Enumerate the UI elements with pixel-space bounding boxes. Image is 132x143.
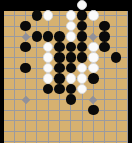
black-stone[interactable] <box>66 52 77 63</box>
grid-hline <box>2 110 128 111</box>
go-board[interactable] <box>0 0 132 143</box>
black-stone[interactable] <box>111 52 122 63</box>
grid-hline <box>2 131 128 132</box>
white-stone[interactable] <box>77 73 88 84</box>
black-stone[interactable] <box>54 52 65 63</box>
black-stone[interactable] <box>32 31 43 42</box>
white-stone[interactable] <box>88 42 99 53</box>
go-app-screen <box>0 0 132 143</box>
grid-hline <box>2 120 128 121</box>
star-point <box>89 32 97 40</box>
black-stone[interactable] <box>20 63 31 74</box>
black-stone[interactable] <box>54 84 65 95</box>
black-stone[interactable] <box>20 21 31 32</box>
top-crop-bar <box>0 0 132 11</box>
grid-vline <box>116 2 117 143</box>
white-stone[interactable] <box>88 52 99 63</box>
right-crop-bar <box>128 0 132 143</box>
left-crop-bar <box>0 0 4 143</box>
black-stone[interactable] <box>99 31 110 42</box>
grid-vline <box>14 2 15 143</box>
white-stone[interactable] <box>66 10 77 21</box>
black-stone[interactable] <box>88 105 99 116</box>
black-stone[interactable] <box>54 31 65 42</box>
white-stone[interactable] <box>66 31 77 42</box>
grid-hline <box>2 141 128 142</box>
black-stone[interactable] <box>54 73 65 84</box>
white-stone[interactable] <box>88 63 99 74</box>
black-stone[interactable] <box>20 42 31 53</box>
black-stone[interactable] <box>54 42 65 53</box>
black-stone[interactable] <box>54 63 65 74</box>
black-stone[interactable] <box>88 73 99 84</box>
white-stone[interactable] <box>66 73 77 84</box>
black-stone[interactable] <box>32 10 43 21</box>
black-stone[interactable] <box>77 31 88 42</box>
star-point <box>21 95 29 103</box>
black-stone[interactable] <box>66 94 77 105</box>
black-stone[interactable] <box>77 52 88 63</box>
black-stone[interactable] <box>77 10 88 21</box>
white-stone[interactable] <box>88 10 99 21</box>
star-point <box>21 32 29 40</box>
star-point <box>89 95 97 103</box>
grid-vline <box>36 2 37 143</box>
